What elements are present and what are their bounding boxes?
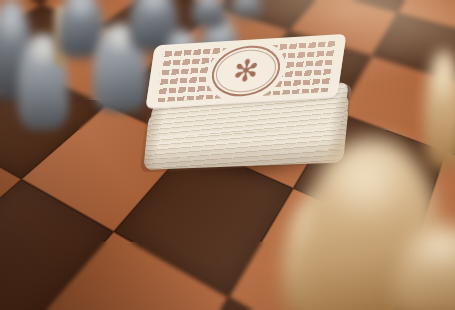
- photo-stage: ✻: [0, 0, 455, 310]
- flower-medallion-icon: ✻: [231, 55, 261, 87]
- card-deck: ✻: [136, 26, 368, 178]
- card-top-face: ✻: [145, 34, 346, 108]
